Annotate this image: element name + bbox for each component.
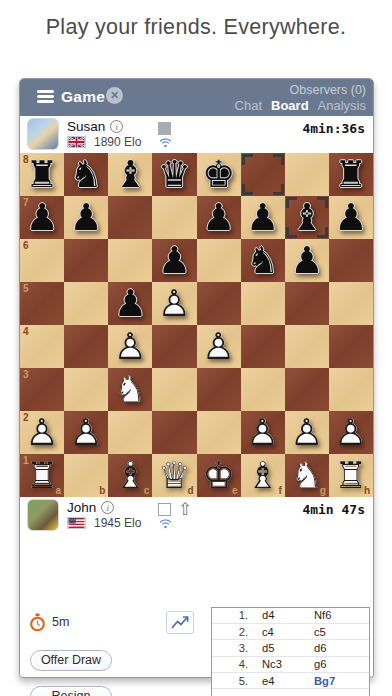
- square-e2[interactable]: [197, 411, 241, 454]
- square-h5[interactable]: [329, 282, 373, 325]
- piece-black-pawn[interactable]: ♟: [285, 239, 329, 282]
- file-label: g: [320, 485, 326, 496]
- square-f2[interactable]: ♟♙: [241, 411, 285, 454]
- piece-black-pawn[interactable]: ♟: [197, 196, 241, 239]
- square-e5[interactable]: [197, 282, 241, 325]
- square-b8[interactable]: ♞: [64, 153, 108, 196]
- square-c7[interactable]: [108, 196, 152, 239]
- square-e4[interactable]: ♟♙: [197, 325, 241, 368]
- tab-chat[interactable]: Chat: [235, 98, 262, 113]
- square-g8[interactable]: [285, 153, 329, 196]
- square-d1[interactable]: d♛♕: [152, 454, 196, 497]
- square-f1[interactable]: f♝♗: [241, 454, 285, 497]
- square-b5[interactable]: [64, 282, 108, 325]
- square-e1[interactable]: e♚♔: [197, 454, 241, 497]
- square-b6[interactable]: [64, 239, 108, 282]
- square-h8[interactable]: ♜: [329, 153, 373, 196]
- square-d6[interactable]: ♟: [152, 239, 196, 282]
- piece-black-pawn[interactable]: ♟: [64, 196, 108, 239]
- file-label: h: [364, 485, 370, 496]
- square-e8[interactable]: ♚: [197, 153, 241, 196]
- square-c2[interactable]: [108, 411, 152, 454]
- clock-top: 4min:36s: [302, 121, 365, 136]
- square-a7[interactable]: 7♟: [20, 196, 64, 239]
- avatar[interactable]: [27, 118, 59, 150]
- square-b2[interactable]: ♟♙: [64, 411, 108, 454]
- square-b4[interactable]: [64, 325, 108, 368]
- info-icon[interactable]: i: [101, 501, 114, 514]
- player-rating: 1890 Elo: [94, 135, 141, 149]
- square-d8[interactable]: ♛: [152, 153, 196, 196]
- square-g4[interactable]: [285, 325, 329, 368]
- black-side-indicator: [158, 122, 171, 135]
- piece-black-knight[interactable]: ♞: [64, 153, 108, 196]
- player-name-text: John: [67, 500, 96, 515]
- piece-white-pawn[interactable]: ♟♙: [64, 411, 108, 454]
- tagline: Play your friends. Everywhere.: [0, 15, 392, 40]
- square-d7[interactable]: [152, 196, 196, 239]
- square-c1[interactable]: c♝♗: [108, 454, 152, 497]
- avatar[interactable]: [27, 499, 59, 531]
- player-row-bottom: John i 1945 Elo ⇧: [20, 497, 373, 607]
- observers-count[interactable]: Observers (0): [290, 83, 366, 97]
- file-label: a: [56, 485, 62, 496]
- square-a3[interactable]: 3: [20, 368, 64, 411]
- square-e6[interactable]: [197, 239, 241, 282]
- chess-board: 8♜♞♝♛♚♜7♟♟♟♟♝♟6♟♞♟5♟♟♙4♟♙♟♙3♞♘2♟♙♟♙♟♙♟♙♟…: [20, 153, 373, 497]
- tab-board[interactable]: Board: [271, 98, 309, 113]
- square-d2[interactable]: [152, 411, 196, 454]
- piece-white-pawn[interactable]: ♟♙: [108, 325, 152, 368]
- tab-analysis[interactable]: Analysis: [318, 98, 366, 113]
- move-row: [212, 689, 369, 696]
- piece-white-pawn[interactable]: ♟♙: [329, 411, 373, 454]
- square-a2[interactable]: 2♟♙: [20, 411, 64, 454]
- piece-white-pawn[interactable]: ♟♙: [152, 282, 196, 325]
- piece-black-bishop[interactable]: ♝: [108, 153, 152, 196]
- square-c8[interactable]: ♝: [108, 153, 152, 196]
- tab-bar: Chat Board Analysis: [235, 98, 366, 113]
- square-g2[interactable]: ♟♙: [285, 411, 329, 454]
- rank-label: 6: [23, 240, 29, 251]
- rank-label: 5: [23, 283, 29, 294]
- turn-arrow-icon: ⇧: [178, 499, 192, 520]
- file-label: f: [278, 485, 281, 496]
- piece-black-pawn[interactable]: ♟: [108, 282, 152, 325]
- piece-white-pawn[interactable]: ♟♙: [285, 411, 329, 454]
- square-f5[interactable]: [241, 282, 285, 325]
- game-window: Game ✕ Observers (0) Chat Board Analysis…: [19, 78, 374, 678]
- square-d5[interactable]: ♟♙: [152, 282, 196, 325]
- menu-icon[interactable]: [37, 90, 54, 103]
- white-side-indicator: [158, 503, 171, 516]
- square-c5[interactable]: ♟: [108, 282, 152, 325]
- square-h7[interactable]: ♟: [329, 196, 373, 239]
- offer-draw-button[interactable]: Offer Draw: [30, 650, 112, 671]
- move-row[interactable]: 4.Nc3g6: [212, 657, 369, 673]
- time-control-label: 5m: [52, 615, 69, 629]
- square-h1[interactable]: h♜♖: [329, 454, 373, 497]
- square-c4[interactable]: ♟♙: [108, 325, 152, 368]
- square-d3[interactable]: [152, 368, 196, 411]
- window-title: Game: [61, 88, 105, 106]
- square-c3[interactable]: ♞♘: [108, 368, 152, 411]
- file-label: d: [187, 485, 193, 496]
- last-move-highlight: [241, 153, 285, 196]
- square-f7[interactable]: ♟: [241, 196, 285, 239]
- rank-label: 2: [23, 412, 29, 423]
- player-name-text: Susan: [67, 119, 105, 134]
- move-row[interactable]: 3.d5d6: [212, 640, 369, 656]
- file-label: e: [232, 485, 238, 496]
- square-c6[interactable]: [108, 239, 152, 282]
- square-h4[interactable]: [329, 325, 373, 368]
- square-b7[interactable]: ♟: [64, 196, 108, 239]
- piece-white-knight[interactable]: ♞♘: [108, 368, 152, 411]
- square-f6[interactable]: ♞: [241, 239, 285, 282]
- piece-black-rook[interactable]: ♜: [329, 153, 373, 196]
- piece-black-pawn[interactable]: ♟: [241, 196, 285, 239]
- stopwatch-icon: [29, 613, 46, 632]
- move-row[interactable]: 5.e4Bg7: [212, 673, 369, 689]
- time-control: 5m: [29, 613, 69, 632]
- square-f3[interactable]: [241, 368, 285, 411]
- move-row[interactable]: 2.c4c5: [212, 624, 369, 640]
- square-f4[interactable]: [241, 325, 285, 368]
- square-b1[interactable]: b: [64, 454, 108, 497]
- piece-white-pawn[interactable]: ♟♙: [197, 325, 241, 368]
- resign-button[interactable]: Resign: [30, 686, 112, 696]
- player-row-top: Susan i 1890 Elo 4min:36s: [20, 116, 373, 153]
- file-label: c: [144, 485, 150, 496]
- info-icon[interactable]: i: [110, 120, 123, 133]
- square-g5[interactable]: [285, 282, 329, 325]
- uk-flag-icon: [67, 136, 86, 148]
- player-rating: 1945 Elo: [94, 516, 141, 530]
- rank-label: 7: [23, 197, 29, 208]
- player-name: Susan i: [67, 119, 123, 134]
- square-a4[interactable]: 4: [20, 325, 64, 368]
- rank-label: 3: [23, 369, 29, 380]
- square-b3[interactable]: [64, 368, 108, 411]
- player-rating-line: 1945 Elo: [67, 516, 141, 530]
- clock-bottom: 4min 47s: [302, 502, 365, 517]
- square-d4[interactable]: [152, 325, 196, 368]
- move-list[interactable]: 1.d4Nf62.c4c53.d5d64.Nc3g65.e4Bg7: [211, 607, 370, 696]
- header-bar: Game ✕ Observers (0) Chat Board Analysis: [20, 79, 373, 116]
- rank-label: 1: [23, 455, 29, 466]
- square-g7[interactable]: ♝: [285, 196, 329, 239]
- rating-graph-icon[interactable]: [166, 611, 194, 634]
- wifi-icon: [159, 518, 172, 529]
- bottom-panel: 5m 1.d4Nf62.c4c53.d5d64.Nc3g65.e4Bg7 <<<…: [20, 607, 373, 678]
- square-g6[interactable]: ♟: [285, 239, 329, 282]
- rank-label: 8: [23, 154, 29, 165]
- us-flag-icon: [67, 517, 86, 529]
- square-f8[interactable]: [241, 153, 285, 196]
- square-a6[interactable]: 6: [20, 239, 64, 282]
- square-g1[interactable]: g♞♘: [285, 454, 329, 497]
- piece-black-knight[interactable]: ♞: [241, 239, 285, 282]
- piece-black-bishop[interactable]: ♝: [285, 196, 329, 239]
- close-icon[interactable]: ✕: [106, 87, 123, 104]
- piece-black-king[interactable]: ♚: [197, 153, 241, 196]
- player-name: John i: [67, 500, 114, 515]
- square-h6[interactable]: [329, 239, 373, 282]
- square-h2[interactable]: ♟♙: [329, 411, 373, 454]
- piece-black-pawn[interactable]: ♟: [152, 239, 196, 282]
- square-g3[interactable]: [285, 368, 329, 411]
- file-label: b: [99, 485, 105, 496]
- player-rating-line: 1890 Elo: [67, 135, 141, 149]
- wifi-icon: [159, 137, 172, 148]
- square-a5[interactable]: 5: [20, 282, 64, 325]
- rank-label: 4: [23, 326, 29, 337]
- piece-white-pawn[interactable]: ♟♙: [241, 411, 285, 454]
- square-a8[interactable]: 8♜: [20, 153, 64, 196]
- piece-black-pawn[interactable]: ♟: [329, 196, 373, 239]
- square-h3[interactable]: [329, 368, 373, 411]
- square-e7[interactable]: ♟: [197, 196, 241, 239]
- piece-black-queen[interactable]: ♛: [152, 153, 196, 196]
- move-row[interactable]: 1.d4Nf6: [212, 608, 369, 624]
- square-e3[interactable]: [197, 368, 241, 411]
- square-a1[interactable]: 1a♜♖: [20, 454, 64, 497]
